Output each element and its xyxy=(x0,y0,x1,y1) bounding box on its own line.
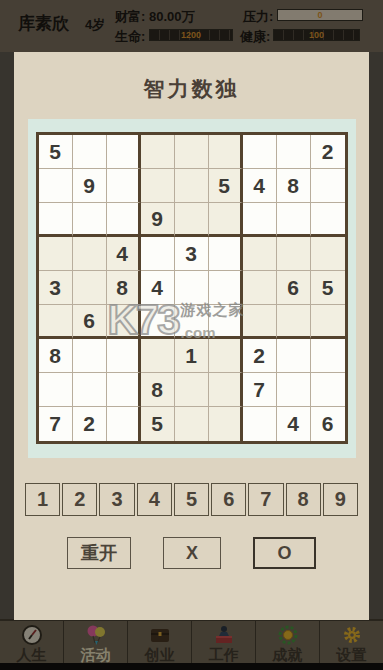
sudoku-cell-r2c1[interactable] xyxy=(39,169,73,203)
sudoku-cell-r1c2[interactable] xyxy=(73,135,107,169)
sudoku-cell-r5c8[interactable]: 6 xyxy=(277,271,311,305)
sudoku-cell-r6c3[interactable] xyxy=(107,305,141,339)
digit-button-5[interactable]: 5 xyxy=(174,483,209,516)
sudoku-cell-r1c6[interactable] xyxy=(209,135,243,169)
sudoku-cell-r7c4[interactable] xyxy=(141,339,175,373)
sudoku-cell-r5c2[interactable] xyxy=(73,271,107,305)
sudoku-cell-r6c5[interactable] xyxy=(175,305,209,339)
page-title: 智力数独 xyxy=(14,52,369,103)
sudoku-cell-r2c3[interactable] xyxy=(107,169,141,203)
sudoku-cell-r2c8[interactable]: 8 xyxy=(277,169,311,203)
sudoku-cell-r1c9[interactable]: 2 xyxy=(311,135,345,169)
sudoku-cell-r7c2[interactable] xyxy=(73,339,107,373)
sudoku-cell-r5c5[interactable] xyxy=(175,271,209,305)
sudoku-cell-r8c5[interactable] xyxy=(175,373,209,407)
sudoku-cell-r8c4[interactable]: 8 xyxy=(141,373,175,407)
sudoku-cell-r1c3[interactable] xyxy=(107,135,141,169)
sudoku-cell-r2c2[interactable]: 9 xyxy=(73,169,107,203)
sudoku-cell-r3c4[interactable]: 9 xyxy=(141,203,175,237)
sudoku-cell-r3c7[interactable] xyxy=(243,203,277,237)
sudoku-cell-r9c1[interactable]: 7 xyxy=(39,407,73,441)
sudoku-cell-r6c2[interactable]: 6 xyxy=(73,305,107,339)
digit-button-7[interactable]: 7 xyxy=(248,483,283,516)
sudoku-cell-r7c1[interactable]: 8 xyxy=(39,339,73,373)
sudoku-cell-r1c7[interactable] xyxy=(243,135,277,169)
digit-button-1[interactable]: 1 xyxy=(25,483,60,516)
digit-button-2[interactable]: 2 xyxy=(62,483,97,516)
sudoku-cell-r2c5[interactable] xyxy=(175,169,209,203)
digit-button-4[interactable]: 4 xyxy=(137,483,172,516)
sudoku-cell-r4c8[interactable] xyxy=(277,237,311,271)
sudoku-cell-r7c7[interactable]: 2 xyxy=(243,339,277,373)
wrong-button[interactable]: X xyxy=(163,537,221,569)
sudoku-cell-r8c6[interactable] xyxy=(209,373,243,407)
sudoku-board: 5295489433846568128772546 xyxy=(36,132,348,444)
sudoku-cell-r7c3[interactable] xyxy=(107,339,141,373)
action-row: 重开 X O xyxy=(14,537,369,569)
sudoku-cell-r9c8[interactable]: 4 xyxy=(277,407,311,441)
sudoku-cell-r4c5[interactable]: 3 xyxy=(175,237,209,271)
sudoku-cell-r4c1[interactable] xyxy=(39,237,73,271)
sudoku-cell-r6c7[interactable] xyxy=(243,305,277,339)
sudoku-cell-r6c1[interactable] xyxy=(39,305,73,339)
sudoku-cell-r8c7[interactable]: 7 xyxy=(243,373,277,407)
sudoku-cell-r4c2[interactable] xyxy=(73,237,107,271)
sudoku-cell-r7c8[interactable] xyxy=(277,339,311,373)
sudoku-board-panel: 5295489433846568128772546 K73 游戏之家 .com xyxy=(28,119,356,458)
sudoku-cell-r3c2[interactable] xyxy=(73,203,107,237)
sudoku-cell-r9c6[interactable] xyxy=(209,407,243,441)
digit-button-8[interactable]: 8 xyxy=(286,483,321,516)
sudoku-cell-r7c6[interactable] xyxy=(209,339,243,373)
sudoku-cell-r8c1[interactable] xyxy=(39,373,73,407)
sudoku-cell-r5c1[interactable]: 3 xyxy=(39,271,73,305)
digit-button-6[interactable]: 6 xyxy=(211,483,246,516)
sudoku-cell-r2c6[interactable]: 5 xyxy=(209,169,243,203)
sudoku-cell-r7c9[interactable] xyxy=(311,339,345,373)
sudoku-cell-r5c3[interactable]: 8 xyxy=(107,271,141,305)
sudoku-cell-r4c4[interactable] xyxy=(141,237,175,271)
sudoku-cell-r8c2[interactable] xyxy=(73,373,107,407)
sudoku-cell-r8c3[interactable] xyxy=(107,373,141,407)
sudoku-cell-r1c5[interactable] xyxy=(175,135,209,169)
sudoku-cell-r1c8[interactable] xyxy=(277,135,311,169)
restart-button[interactable]: 重开 xyxy=(67,537,131,569)
sudoku-cell-r6c8[interactable] xyxy=(277,305,311,339)
sudoku-cell-r2c9[interactable] xyxy=(311,169,345,203)
sudoku-cell-r6c4[interactable] xyxy=(141,305,175,339)
sudoku-cell-r4c9[interactable] xyxy=(311,237,345,271)
sudoku-cell-r9c5[interactable] xyxy=(175,407,209,441)
sudoku-cell-r1c4[interactable] xyxy=(141,135,175,169)
sudoku-cell-r5c6[interactable] xyxy=(209,271,243,305)
sudoku-cell-r4c6[interactable] xyxy=(209,237,243,271)
sudoku-cell-r8c8[interactable] xyxy=(277,373,311,407)
sudoku-cell-r4c7[interactable] xyxy=(243,237,277,271)
number-pad: 123456789 xyxy=(25,483,358,516)
confirm-button[interactable]: O xyxy=(253,537,316,569)
sudoku-cell-r8c9[interactable] xyxy=(311,373,345,407)
sudoku-cell-r9c3[interactable] xyxy=(107,407,141,441)
sudoku-cell-r3c1[interactable] xyxy=(39,203,73,237)
sudoku-modal: 智力数独 5295489433846568128772546 K73 游戏之家 … xyxy=(14,52,369,620)
sudoku-cell-r5c9[interactable]: 5 xyxy=(311,271,345,305)
digit-button-9[interactable]: 9 xyxy=(323,483,358,516)
sudoku-cell-r5c4[interactable]: 4 xyxy=(141,271,175,305)
sudoku-cell-r4c3[interactable]: 4 xyxy=(107,237,141,271)
sudoku-cell-r3c6[interactable] xyxy=(209,203,243,237)
sudoku-cell-r7c5[interactable]: 1 xyxy=(175,339,209,373)
sudoku-cell-r3c5[interactable] xyxy=(175,203,209,237)
sudoku-cell-r9c4[interactable]: 5 xyxy=(141,407,175,441)
sudoku-cell-r6c9[interactable] xyxy=(311,305,345,339)
sudoku-cell-r1c1[interactable]: 5 xyxy=(39,135,73,169)
sudoku-cell-r5c7[interactable] xyxy=(243,271,277,305)
digit-button-3[interactable]: 3 xyxy=(99,483,134,516)
sudoku-cell-r2c4[interactable] xyxy=(141,169,175,203)
sudoku-cell-r6c6[interactable] xyxy=(209,305,243,339)
sudoku-cell-r3c9[interactable] xyxy=(311,203,345,237)
sudoku-cell-r3c8[interactable] xyxy=(277,203,311,237)
sudoku-cell-r9c9[interactable]: 6 xyxy=(311,407,345,441)
sudoku-cell-r9c7[interactable] xyxy=(243,407,277,441)
sudoku-cell-r2c7[interactable]: 4 xyxy=(243,169,277,203)
sudoku-cell-r9c2[interactable]: 2 xyxy=(73,407,107,441)
sudoku-cell-r3c3[interactable] xyxy=(107,203,141,237)
app-screen: 库素欣 4岁 财富: 80.00万 压力: 0 生命: 1200 健康: 100… xyxy=(0,0,383,670)
